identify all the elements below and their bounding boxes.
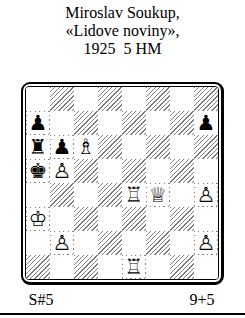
square-f2 <box>146 231 170 255</box>
square-f6 <box>146 135 170 159</box>
square-d3 <box>98 207 122 231</box>
square-d2 <box>98 231 122 255</box>
square-d7 <box>98 111 122 135</box>
square-e4: ♖ <box>122 183 146 207</box>
square-c2 <box>74 231 98 255</box>
square-d8 <box>98 87 122 111</box>
square-a3: ♔ <box>26 207 50 231</box>
black-rook: ♜ <box>27 136 49 158</box>
square-a1 <box>26 255 50 279</box>
square-b4 <box>50 183 74 207</box>
square-g6 <box>170 135 194 159</box>
material-count: 9+5 <box>189 291 214 309</box>
problem-title: Miroslav Soukup, «Lidove noviny», 1925 5… <box>0 0 245 58</box>
square-b8 <box>50 87 74 111</box>
square-c4 <box>74 183 98 207</box>
square-c7 <box>74 111 98 135</box>
square-g4 <box>170 183 194 207</box>
bottom-divider <box>0 313 245 315</box>
square-c6: ♗ <box>74 135 98 159</box>
square-e2 <box>122 231 146 255</box>
square-b1 <box>50 255 74 279</box>
square-d5 <box>98 159 122 183</box>
square-h8 <box>194 87 218 111</box>
square-g8 <box>170 87 194 111</box>
square-b3 <box>50 207 74 231</box>
square-g3 <box>170 207 194 231</box>
title-author: Miroslav Soukup, <box>0 4 245 22</box>
square-f8 <box>146 87 170 111</box>
board-outer-border: ♟♟♜♟♗♚♙♖♕♙♔♙♙♖ <box>21 82 224 285</box>
caption-row: S#5 9+5 <box>21 291 225 309</box>
square-a6: ♜ <box>26 135 50 159</box>
square-b5: ♙ <box>50 159 74 183</box>
board: ♟♟♜♟♗♚♙♖♕♙♔♙♙♖ <box>26 87 218 279</box>
white-pawn: ♙ <box>195 232 217 254</box>
square-c1 <box>74 255 98 279</box>
square-h6 <box>194 135 218 159</box>
square-g5 <box>170 159 194 183</box>
square-d6 <box>98 135 122 159</box>
square-h4: ♙ <box>194 183 218 207</box>
square-h3 <box>194 207 218 231</box>
board-inner-border: ♟♟♜♟♗♚♙♖♕♙♔♙♙♖ <box>25 86 219 280</box>
white-pawn: ♙ <box>51 232 73 254</box>
square-g1 <box>170 255 194 279</box>
square-a8 <box>26 87 50 111</box>
square-g7 <box>170 111 194 135</box>
square-d4 <box>98 183 122 207</box>
white-queen: ♕ <box>147 184 169 206</box>
black-pawn: ♟ <box>51 136 73 158</box>
square-f1 <box>146 255 170 279</box>
black-king: ♚ <box>27 160 49 182</box>
square-c3 <box>74 207 98 231</box>
square-h1 <box>194 255 218 279</box>
square-h5 <box>194 159 218 183</box>
black-pawn: ♟ <box>195 112 217 134</box>
square-f3 <box>146 207 170 231</box>
square-f4: ♕ <box>146 183 170 207</box>
square-a2 <box>26 231 50 255</box>
square-a7: ♟ <box>26 111 50 135</box>
stipulation: S#5 <box>29 291 54 309</box>
square-e3 <box>122 207 146 231</box>
white-rook: ♖ <box>123 256 145 278</box>
square-a4 <box>26 183 50 207</box>
square-h2: ♙ <box>194 231 218 255</box>
title-source: «Lidove noviny», <box>0 22 245 40</box>
board-frame: ♟♟♜♟♗♚♙♖♕♙♔♙♙♖ <box>21 82 224 285</box>
square-b6: ♟ <box>50 135 74 159</box>
square-c8 <box>74 87 98 111</box>
white-rook: ♖ <box>123 184 145 206</box>
square-e6 <box>122 135 146 159</box>
white-bishop: ♗ <box>75 136 97 158</box>
square-b7 <box>50 111 74 135</box>
black-pawn: ♟ <box>27 112 49 134</box>
square-e1: ♖ <box>122 255 146 279</box>
square-d1 <box>98 255 122 279</box>
square-g2 <box>170 231 194 255</box>
square-a5: ♚ <box>26 159 50 183</box>
white-pawn: ♙ <box>195 184 217 206</box>
square-c5 <box>74 159 98 183</box>
white-king: ♔ <box>27 208 49 230</box>
square-f7 <box>146 111 170 135</box>
square-e5 <box>122 159 146 183</box>
square-b2: ♙ <box>50 231 74 255</box>
square-e7 <box>122 111 146 135</box>
square-e8 <box>122 87 146 111</box>
title-year-award: 1925 5 HM <box>0 40 245 58</box>
square-f5 <box>146 159 170 183</box>
page: Miroslav Soukup, «Lidove noviny», 1925 5… <box>0 0 245 318</box>
square-h7: ♟ <box>194 111 218 135</box>
white-pawn: ♙ <box>51 160 73 182</box>
